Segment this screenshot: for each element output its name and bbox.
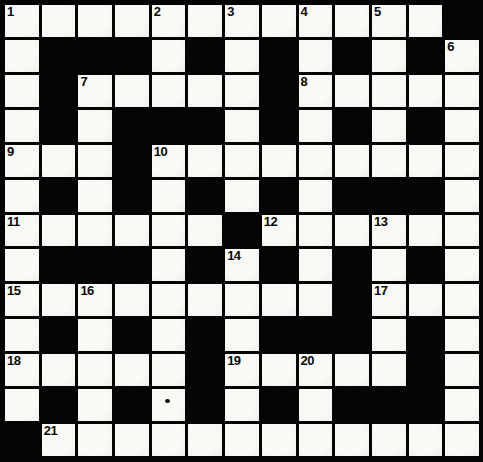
white-cell-r3c3[interactable]: 7 bbox=[78, 75, 112, 107]
black-cell-r9c10 bbox=[335, 284, 369, 316]
white-cell-r8c7[interactable]: 14 bbox=[225, 249, 259, 281]
clue-number-15: 15 bbox=[7, 284, 20, 298]
white-cell-r9c5[interactable] bbox=[152, 284, 186, 316]
white-cell-r1c8[interactable] bbox=[262, 5, 296, 37]
black-cell-r2c10 bbox=[335, 40, 369, 72]
black-cell-r2c12 bbox=[409, 40, 443, 72]
white-cell-r1c6[interactable] bbox=[188, 5, 222, 37]
white-cell-r5c13[interactable] bbox=[445, 145, 479, 177]
black-cell-r2c8 bbox=[262, 40, 296, 72]
white-cell-r11c2[interactable] bbox=[42, 354, 76, 386]
black-cell-r4c12 bbox=[409, 110, 443, 142]
crossword-board: 123456789101112131415161718192021 bbox=[0, 0, 483, 462]
clue-number-6: 6 bbox=[447, 40, 454, 54]
black-cell-r2c4 bbox=[115, 40, 149, 72]
white-cell-r13c13[interactable] bbox=[445, 424, 479, 456]
black-cell-r11c6 bbox=[188, 354, 222, 386]
black-cell-r6c10 bbox=[335, 180, 369, 212]
black-cell-r8c10 bbox=[335, 249, 369, 281]
black-cell-r12c6 bbox=[188, 389, 222, 421]
white-cell-r9c1[interactable]: 15 bbox=[5, 284, 39, 316]
white-cell-r7c10[interactable] bbox=[335, 215, 369, 247]
white-cell-r13c11[interactable] bbox=[372, 424, 406, 456]
white-cell-r7c2[interactable] bbox=[42, 215, 76, 247]
black-cell-r2c6 bbox=[188, 40, 222, 72]
black-cell-r4c6 bbox=[188, 110, 222, 142]
black-cell-r12c8 bbox=[262, 389, 296, 421]
white-cell-r10c13[interactable] bbox=[445, 319, 479, 351]
black-cell-r12c11 bbox=[372, 389, 406, 421]
black-cell-r12c2 bbox=[42, 389, 76, 421]
white-cell-r5c8[interactable] bbox=[262, 145, 296, 177]
white-cell-r2c11[interactable] bbox=[372, 40, 406, 72]
black-cell-r2c2 bbox=[42, 40, 76, 72]
crossword-grid: 123456789101112131415161718192021 bbox=[0, 0, 483, 462]
black-cell-r10c9 bbox=[299, 319, 333, 351]
white-cell-r3c10[interactable] bbox=[335, 75, 369, 107]
black-cell-r6c2 bbox=[42, 180, 76, 212]
white-cell-r6c1[interactable] bbox=[5, 180, 39, 212]
clue-number-13: 13 bbox=[374, 215, 387, 229]
clue-number-10: 10 bbox=[154, 145, 167, 159]
clue-number-3: 3 bbox=[227, 5, 234, 19]
white-cell-r13c8[interactable] bbox=[262, 424, 296, 456]
white-cell-r2c1[interactable] bbox=[5, 40, 39, 72]
black-cell-r12c4 bbox=[115, 389, 149, 421]
black-cell-r6c4 bbox=[115, 180, 149, 212]
white-cell-r6c5[interactable] bbox=[152, 180, 186, 212]
white-cell-r5c12[interactable] bbox=[409, 145, 443, 177]
clue-number-19: 19 bbox=[227, 354, 240, 368]
white-cell-r3c1[interactable] bbox=[5, 75, 39, 107]
white-cell-r12c5[interactable] bbox=[152, 389, 186, 421]
white-cell-r11c9[interactable]: 20 bbox=[299, 354, 333, 386]
black-cell-r10c12 bbox=[409, 319, 443, 351]
black-cell-r12c10 bbox=[335, 389, 369, 421]
white-cell-r10c3[interactable] bbox=[78, 319, 112, 351]
clue-number-18: 18 bbox=[7, 354, 20, 368]
white-cell-r3c6[interactable] bbox=[188, 75, 222, 107]
white-cell-r11c10[interactable] bbox=[335, 354, 369, 386]
clue-number-9: 9 bbox=[7, 145, 14, 159]
white-cell-r2c9[interactable] bbox=[299, 40, 333, 72]
white-cell-r1c7[interactable]: 3 bbox=[225, 5, 259, 37]
white-cell-r12c1[interactable] bbox=[5, 389, 39, 421]
white-cell-r3c5[interactable] bbox=[152, 75, 186, 107]
black-cell-r1c13 bbox=[445, 5, 479, 37]
black-cell-r10c6 bbox=[188, 319, 222, 351]
white-cell-r5c1[interactable]: 9 bbox=[5, 145, 39, 177]
clue-number-5: 5 bbox=[374, 5, 381, 19]
white-cell-r8c13[interactable] bbox=[445, 249, 479, 281]
black-cell-r8c6 bbox=[188, 249, 222, 281]
white-cell-r9c6[interactable] bbox=[188, 284, 222, 316]
white-cell-r3c12[interactable] bbox=[409, 75, 443, 107]
white-cell-r13c4[interactable] bbox=[115, 424, 149, 456]
white-cell-r13c3[interactable] bbox=[78, 424, 112, 456]
black-cell-r7c7 bbox=[225, 215, 259, 247]
black-cell-r8c2 bbox=[42, 249, 76, 281]
black-cell-r4c5 bbox=[152, 110, 186, 142]
clue-number-21: 21 bbox=[44, 424, 57, 438]
white-cell-r7c3[interactable] bbox=[78, 215, 112, 247]
white-cell-r7c4[interactable] bbox=[115, 215, 149, 247]
white-cell-r3c9[interactable]: 8 bbox=[299, 75, 333, 107]
white-cell-r1c9[interactable]: 4 bbox=[299, 5, 333, 37]
black-cell-r10c4 bbox=[115, 319, 149, 351]
white-cell-r1c10[interactable] bbox=[335, 5, 369, 37]
white-cell-r9c3[interactable]: 16 bbox=[78, 284, 112, 316]
white-cell-r9c7[interactable] bbox=[225, 284, 259, 316]
white-cell-r1c11[interactable]: 5 bbox=[372, 5, 406, 37]
white-cell-r6c9[interactable] bbox=[299, 180, 333, 212]
black-cell-r3c8 bbox=[262, 75, 296, 107]
white-cell-r12c13[interactable] bbox=[445, 389, 479, 421]
black-cell-r11c12 bbox=[409, 354, 443, 386]
white-cell-r11c3[interactable] bbox=[78, 354, 112, 386]
white-cell-r7c13[interactable] bbox=[445, 215, 479, 247]
black-cell-r4c2 bbox=[42, 110, 76, 142]
white-cell-r11c5[interactable] bbox=[152, 354, 186, 386]
white-cell-r13c10[interactable] bbox=[335, 424, 369, 456]
white-cell-r7c9[interactable] bbox=[299, 215, 333, 247]
white-cell-r6c13[interactable] bbox=[445, 180, 479, 212]
white-cell-r2c5[interactable] bbox=[152, 40, 186, 72]
clue-number-14: 14 bbox=[227, 249, 240, 263]
clue-number-20: 20 bbox=[301, 354, 314, 368]
clue-number-17: 17 bbox=[374, 284, 387, 298]
clue-number-4: 4 bbox=[301, 5, 308, 19]
white-cell-r4c11[interactable] bbox=[372, 110, 406, 142]
white-cell-r13c2[interactable]: 21 bbox=[42, 424, 76, 456]
white-cell-r10c1[interactable] bbox=[5, 319, 39, 351]
white-cell-r1c3[interactable] bbox=[78, 5, 112, 37]
clue-number-7: 7 bbox=[80, 75, 87, 89]
black-cell-r6c8 bbox=[262, 180, 296, 212]
black-cell-r12c12 bbox=[409, 389, 443, 421]
white-cell-r7c11[interactable]: 13 bbox=[372, 215, 406, 247]
white-cell-r5c7[interactable] bbox=[225, 145, 259, 177]
white-cell-r11c1[interactable]: 18 bbox=[5, 354, 39, 386]
white-cell-r13c7[interactable] bbox=[225, 424, 259, 456]
white-cell-r13c6[interactable] bbox=[188, 424, 222, 456]
black-cell-r5c4 bbox=[115, 145, 149, 177]
white-cell-r4c13[interactable] bbox=[445, 110, 479, 142]
white-cell-r11c7[interactable]: 19 bbox=[225, 354, 259, 386]
white-cell-r8c11[interactable] bbox=[372, 249, 406, 281]
white-cell-r9c4[interactable] bbox=[115, 284, 149, 316]
black-cell-r10c8 bbox=[262, 319, 296, 351]
white-cell-r11c11[interactable] bbox=[372, 354, 406, 386]
white-cell-r6c3[interactable] bbox=[78, 180, 112, 212]
black-cell-r4c10 bbox=[335, 110, 369, 142]
white-cell-r10c11[interactable] bbox=[372, 319, 406, 351]
white-cell-r7c5[interactable] bbox=[152, 215, 186, 247]
white-cell-r5c6[interactable] bbox=[188, 145, 222, 177]
black-cell-r8c4 bbox=[115, 249, 149, 281]
white-cell-r3c13[interactable] bbox=[445, 75, 479, 107]
black-cell-r8c12 bbox=[409, 249, 443, 281]
black-cell-r10c2 bbox=[42, 319, 76, 351]
black-cell-r6c11 bbox=[372, 180, 406, 212]
white-cell-r5c3[interactable] bbox=[78, 145, 112, 177]
white-cell-r12c7[interactable] bbox=[225, 389, 259, 421]
white-cell-r5c5[interactable]: 10 bbox=[152, 145, 186, 177]
white-cell-r1c1[interactable]: 1 bbox=[5, 5, 39, 37]
white-cell-r1c2[interactable] bbox=[42, 5, 76, 37]
white-cell-r8c5[interactable] bbox=[152, 249, 186, 281]
black-cell-r6c12 bbox=[409, 180, 443, 212]
white-cell-r9c13[interactable] bbox=[445, 284, 479, 316]
clue-number-11: 11 bbox=[7, 215, 20, 229]
clue-number-2: 2 bbox=[154, 5, 161, 19]
white-cell-r2c7[interactable] bbox=[225, 40, 259, 72]
white-cell-r11c4[interactable] bbox=[115, 354, 149, 386]
white-cell-r13c9[interactable] bbox=[299, 424, 333, 456]
white-cell-r1c5[interactable]: 2 bbox=[152, 5, 186, 37]
black-cell-r4c4 bbox=[115, 110, 149, 142]
white-cell-r12c9[interactable] bbox=[299, 389, 333, 421]
white-cell-r4c3[interactable] bbox=[78, 110, 112, 142]
white-cell-r3c11[interactable] bbox=[372, 75, 406, 107]
white-cell-r10c5[interactable] bbox=[152, 319, 186, 351]
white-cell-r9c11[interactable]: 17 bbox=[372, 284, 406, 316]
white-cell-r5c2[interactable] bbox=[42, 145, 76, 177]
white-cell-r11c8[interactable] bbox=[262, 354, 296, 386]
clue-number-12: 12 bbox=[264, 215, 277, 229]
black-cell-r13c1 bbox=[5, 424, 39, 456]
white-cell-r4c7[interactable] bbox=[225, 110, 259, 142]
white-cell-r7c1[interactable]: 11 bbox=[5, 215, 39, 247]
white-cell-r11c13[interactable] bbox=[445, 354, 479, 386]
white-cell-r8c9[interactable] bbox=[299, 249, 333, 281]
white-cell-r5c9[interactable] bbox=[299, 145, 333, 177]
white-cell-r7c12[interactable] bbox=[409, 215, 443, 247]
black-cell-r4c8 bbox=[262, 110, 296, 142]
black-cell-r10c10 bbox=[335, 319, 369, 351]
white-cell-r12c3[interactable] bbox=[78, 389, 112, 421]
black-cell-r6c6 bbox=[188, 180, 222, 212]
white-cell-r3c4[interactable] bbox=[115, 75, 149, 107]
white-cell-r10c7[interactable] bbox=[225, 319, 259, 351]
ink-speck bbox=[165, 399, 170, 403]
black-cell-r8c8 bbox=[262, 249, 296, 281]
white-cell-r13c5[interactable] bbox=[152, 424, 186, 456]
white-cell-r13c12[interactable] bbox=[409, 424, 443, 456]
white-cell-r7c6[interactable] bbox=[188, 215, 222, 247]
white-cell-r1c4[interactable] bbox=[115, 5, 149, 37]
white-cell-r9c9[interactable] bbox=[299, 284, 333, 316]
white-cell-r7c8[interactable]: 12 bbox=[262, 215, 296, 247]
white-cell-r4c1[interactable] bbox=[5, 110, 39, 142]
white-cell-r4c9[interactable] bbox=[299, 110, 333, 142]
white-cell-r2c13[interactable]: 6 bbox=[445, 40, 479, 72]
white-cell-r9c8[interactable] bbox=[262, 284, 296, 316]
white-cell-r3c7[interactable] bbox=[225, 75, 259, 107]
white-cell-r8c1[interactable] bbox=[5, 249, 39, 281]
black-cell-r3c2 bbox=[42, 75, 76, 107]
white-cell-r5c10[interactable] bbox=[335, 145, 369, 177]
clue-number-8: 8 bbox=[301, 75, 308, 89]
white-cell-r9c2[interactable] bbox=[42, 284, 76, 316]
white-cell-r5c11[interactable] bbox=[372, 145, 406, 177]
white-cell-r1c12[interactable] bbox=[409, 5, 443, 37]
white-cell-r9c12[interactable] bbox=[409, 284, 443, 316]
clue-number-1: 1 bbox=[7, 5, 14, 19]
black-cell-r2c3 bbox=[78, 40, 112, 72]
clue-number-16: 16 bbox=[80, 284, 93, 298]
black-cell-r8c3 bbox=[78, 249, 112, 281]
white-cell-r6c7[interactable] bbox=[225, 180, 259, 212]
